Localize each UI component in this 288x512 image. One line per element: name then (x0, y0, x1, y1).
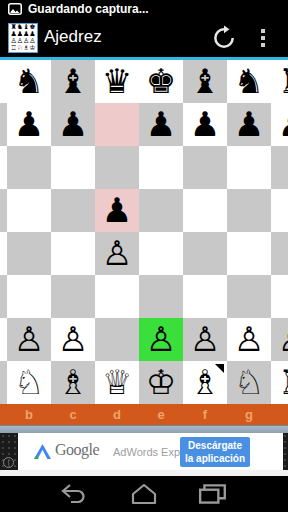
white-piece-p: ♙ (278, 319, 288, 359)
square-f4[interactable] (183, 232, 227, 275)
white-piece-p: ♙ (146, 319, 176, 359)
square-f7[interactable]: ♟ (183, 103, 227, 146)
phone-screen: Guardando captura... ♜♞♝♚♟♟♟♟♙♙♙♙♖♘♗♔ Aj… (0, 0, 288, 512)
square-f1[interactable]: ♗ (183, 361, 227, 404)
action-bar: ♜♞♝♚♟♟♟♟♙♙♙♙♖♘♗♔ Ajedrez (0, 18, 288, 57)
black-piece-b: ♝ (58, 61, 88, 101)
white-piece-p: ♙ (234, 319, 264, 359)
square-d2[interactable] (95, 318, 139, 361)
square-e3[interactable] (139, 275, 183, 318)
overflow-dot (261, 36, 265, 40)
home-icon[interactable] (129, 483, 159, 505)
square-h1[interactable]: ♖ (271, 361, 288, 404)
app-icon: ♜♞♝♚♟♟♟♟♙♙♙♙♖♘♗♔ (8, 23, 38, 53)
black-piece-p: ♟ (58, 104, 88, 144)
square-e6[interactable] (139, 146, 183, 189)
hint-triangle-marker (215, 364, 224, 373)
white-piece-n: ♘ (234, 362, 264, 402)
square-b7[interactable]: ♟ (7, 103, 51, 146)
overflow-dot (261, 43, 265, 47)
white-piece-q: ♕ (102, 362, 132, 402)
square-a2[interactable]: ♙ (0, 318, 7, 361)
square-d4[interactable]: ♙ (95, 232, 139, 275)
square-c5[interactable] (51, 189, 95, 232)
square-c1[interactable]: ♗ (51, 361, 95, 404)
overflow-dot (261, 29, 265, 33)
square-e1[interactable]: ♔ (139, 361, 183, 404)
overflow-menu-icon[interactable] (252, 24, 274, 52)
refresh-icon[interactable] (208, 25, 240, 51)
square-g3[interactable] (227, 275, 271, 318)
square-a7[interactable]: ♟ (0, 103, 7, 146)
chess-board[interactable]: ♜♞♝♛♚♝♞♜♟♟♟♟♟♟♟♟♙♙♙♙♙♙♙♙♖♘♗♕♔♗♘♖ (0, 60, 288, 404)
square-b6[interactable] (7, 146, 51, 189)
white-piece-k: ♔ (146, 362, 176, 402)
square-a6[interactable] (0, 146, 7, 189)
square-b1[interactable]: ♘ (7, 361, 51, 404)
black-piece-p: ♟ (190, 104, 220, 144)
file-label-f: f (183, 404, 227, 425)
square-g1[interactable]: ♘ (227, 361, 271, 404)
black-piece-k: ♚ (146, 61, 176, 101)
square-b3[interactable] (7, 275, 51, 318)
black-piece-p: ♟ (234, 104, 264, 144)
black-piece-p: ♟ (14, 104, 44, 144)
ad-cta-line2: la aplicación (180, 452, 250, 465)
white-piece-p: ♙ (190, 319, 220, 359)
black-piece-r: ♜ (278, 61, 288, 101)
square-c4[interactable] (51, 232, 95, 275)
square-a1[interactable]: ♖ (0, 361, 7, 404)
square-d5[interactable]: ♟ (95, 189, 139, 232)
square-f2[interactable]: ♙ (183, 318, 227, 361)
ad-cta-button[interactable]: Descárgate la aplicación (180, 437, 250, 467)
square-e5[interactable] (139, 189, 183, 232)
file-label-g: g (227, 404, 271, 425)
notification-text: Guardando captura... (28, 2, 149, 16)
square-e4[interactable] (139, 232, 183, 275)
white-piece-n: ♘ (14, 362, 44, 402)
square-h8[interactable]: ♜ (271, 60, 288, 103)
square-g6[interactable] (227, 146, 271, 189)
square-h4[interactable] (271, 232, 288, 275)
black-piece-p: ♟ (278, 104, 288, 144)
square-f6[interactable] (183, 146, 227, 189)
square-d6[interactable] (95, 146, 139, 189)
recents-icon[interactable] (198, 483, 228, 505)
black-piece-n: ♞ (234, 61, 264, 101)
white-piece-p: ♙ (58, 319, 88, 359)
square-g8[interactable]: ♞ (227, 60, 271, 103)
square-d1[interactable]: ♕ (95, 361, 139, 404)
square-b5[interactable] (7, 189, 51, 232)
square-c7[interactable]: ♟ (51, 103, 95, 146)
app-title: Ajedrez (44, 27, 102, 47)
square-c3[interactable] (51, 275, 95, 318)
screenshot-image-icon (8, 3, 22, 15)
square-f3[interactable] (183, 275, 227, 318)
square-h7[interactable]: ♟ (271, 103, 288, 146)
back-icon[interactable] (60, 483, 90, 505)
ad-info-icon[interactable]: i (3, 457, 14, 468)
square-e2[interactable]: ♙ (139, 318, 183, 361)
square-f5[interactable] (183, 189, 227, 232)
square-e8[interactable]: ♚ (139, 60, 183, 103)
white-piece-p: ♙ (102, 233, 132, 273)
file-label-d: d (95, 404, 139, 425)
file-label-e: e (139, 404, 183, 425)
square-c8[interactable]: ♝ (51, 60, 95, 103)
black-piece-n: ♞ (14, 61, 44, 101)
square-b4[interactable] (7, 232, 51, 275)
square-d8[interactable]: ♛ (95, 60, 139, 103)
black-piece-b: ♝ (190, 61, 220, 101)
square-h3[interactable] (271, 275, 288, 318)
square-a3[interactable] (0, 275, 7, 318)
ad-cta-line1: Descárgate (180, 439, 250, 452)
square-d7[interactable] (95, 103, 139, 146)
navigation-bar (0, 476, 288, 512)
square-a5[interactable] (0, 189, 7, 232)
square-f8[interactable]: ♝ (183, 60, 227, 103)
white-piece-b: ♗ (58, 362, 88, 402)
white-piece-p: ♙ (14, 319, 44, 359)
square-h6[interactable] (271, 146, 288, 189)
coordinate-bar: bcdefg (0, 404, 288, 425)
square-a8[interactable]: ♜ (0, 60, 7, 103)
square-h5[interactable] (271, 189, 288, 232)
square-a4[interactable] (0, 232, 7, 275)
status-bar: Guardando captura... (0, 0, 288, 18)
black-piece-p: ♟ (146, 104, 176, 144)
square-g5[interactable] (227, 189, 271, 232)
square-h2[interactable]: ♙ (271, 318, 288, 361)
black-piece-q: ♛ (102, 61, 132, 101)
ad-banner[interactable]: Google AdWords Express Descárgate la apl… (18, 433, 283, 471)
adwords-logo-icon (34, 444, 51, 459)
square-b2[interactable]: ♙ (7, 318, 51, 361)
square-g4[interactable] (227, 232, 271, 275)
square-d3[interactable] (95, 275, 139, 318)
square-e7[interactable]: ♟ (139, 103, 183, 146)
white-piece-r: ♖ (278, 362, 288, 402)
file-label-b: b (7, 404, 51, 425)
square-b8[interactable]: ♞ (7, 60, 51, 103)
square-c6[interactable] (51, 146, 95, 189)
black-piece-p: ♟ (102, 190, 132, 230)
divider-strip (0, 425, 288, 433)
square-c2[interactable]: ♙ (51, 318, 95, 361)
square-g2[interactable]: ♙ (227, 318, 271, 361)
ad-brand-text: Google (55, 441, 99, 459)
file-label-c: c (51, 404, 95, 425)
square-g7[interactable]: ♟ (227, 103, 271, 146)
